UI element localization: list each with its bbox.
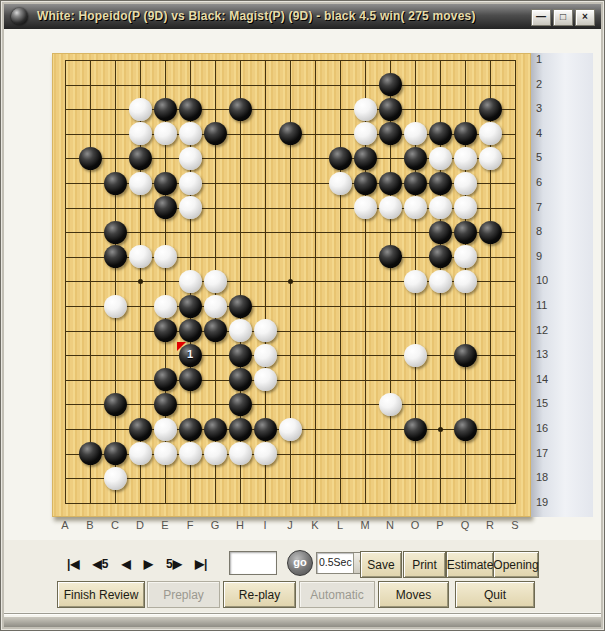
grid-line [515, 60, 516, 504]
stone-white-C18 [104, 467, 127, 490]
stone-black-H15 [229, 393, 252, 416]
moves-button[interactable]: Moves [378, 581, 449, 608]
stone-black-O6 [404, 172, 427, 195]
stone-white-D9 [129, 245, 152, 268]
stone-black-E15 [154, 393, 177, 416]
stone-black-B5 [79, 147, 102, 170]
row-label-9: 9 [536, 250, 542, 262]
grid-line [65, 478, 516, 479]
col-label-S: S [505, 519, 525, 531]
stone-white-F6 [179, 172, 202, 195]
print-button[interactable]: Print [403, 551, 446, 578]
stone-black-E14 [154, 368, 177, 391]
stone-black-F11 [179, 295, 202, 318]
row-label-5: 5 [536, 151, 542, 163]
go-board[interactable]: 1 [52, 53, 531, 517]
window-title: White: Hopeido(P (9D) vs Black: Magist(P… [37, 9, 476, 23]
row-label-12: 12 [536, 324, 548, 336]
row-labels-strip: 12345678910111213141516171819 [531, 53, 593, 517]
stone-black-R8 [479, 221, 502, 244]
stone-black-M6 [354, 172, 377, 195]
stone-white-Q6 [454, 172, 477, 195]
stone-white-I14 [254, 368, 277, 391]
stone-black-G12 [204, 319, 227, 342]
stone-black-I16 [254, 418, 277, 441]
stone-black-Q13 [454, 344, 477, 367]
stone-white-C11 [104, 295, 127, 318]
divider [4, 613, 601, 615]
stone-black-O16 [404, 418, 427, 441]
stone-white-I12 [254, 319, 277, 342]
stone-white-I13 [254, 344, 277, 367]
stone-white-E4 [154, 122, 177, 145]
stone-black-N6 [379, 172, 402, 195]
grid-line [315, 60, 316, 504]
stone-black-J4 [279, 122, 302, 145]
grid-line [340, 60, 341, 504]
back-1-move-button[interactable]: ◀ [122, 557, 131, 571]
stone-black-N9 [379, 245, 402, 268]
stone-black-P4 [429, 122, 452, 145]
stone-black-F3 [179, 98, 202, 121]
stone-white-H17 [229, 442, 252, 465]
stone-black-C9 [104, 245, 127, 268]
stone-white-G10 [204, 270, 227, 293]
forward-1-move-button[interactable]: ▶ [144, 557, 153, 571]
stone-black-D16 [129, 418, 152, 441]
stone-black-Q4 [454, 122, 477, 145]
grid-line [65, 404, 516, 405]
stone-white-F5 [179, 147, 202, 170]
stone-black-G4 [204, 122, 227, 145]
preplay-button[interactable]: Preplay [147, 581, 220, 608]
stone-black-O5 [404, 147, 427, 170]
stone-black-F14 [179, 368, 202, 391]
stone-white-M3 [354, 98, 377, 121]
stone-black-Q16 [454, 418, 477, 441]
row-label-1: 1 [536, 53, 542, 65]
star-point [438, 427, 443, 432]
row-label-10: 10 [536, 274, 548, 286]
col-label-M: M [355, 519, 375, 531]
col-label-G: G [205, 519, 225, 531]
stone-black-E6 [154, 172, 177, 195]
stone-white-P7 [429, 196, 452, 219]
stone-white-D17 [129, 442, 152, 465]
stone-white-Q10 [454, 270, 477, 293]
go-button[interactable]: go [287, 550, 313, 576]
stone-black-E3 [154, 98, 177, 121]
stone-black-H16 [229, 418, 252, 441]
stone-black-R3 [479, 98, 502, 121]
row-label-16: 16 [536, 422, 548, 434]
stone-black-H3 [229, 98, 252, 121]
stone-white-D3 [129, 98, 152, 121]
stone-black-N4 [379, 122, 402, 145]
stone-white-N15 [379, 393, 402, 416]
stone-black-N3 [379, 98, 402, 121]
col-label-K: K [305, 519, 325, 531]
stone-black-C15 [104, 393, 127, 416]
stone-white-Q5 [454, 147, 477, 170]
quit-button[interactable]: Quit [455, 581, 535, 608]
stone-black-P6 [429, 172, 452, 195]
stone-white-F17 [179, 442, 202, 465]
move-number-input[interactable] [229, 551, 277, 575]
col-label-E: E [155, 519, 175, 531]
stone-white-F10 [179, 270, 202, 293]
stone-white-Q7 [454, 196, 477, 219]
stone-black-C8 [104, 221, 127, 244]
row-label-14: 14 [536, 373, 548, 385]
stone-white-P5 [429, 147, 452, 170]
stone-white-I17 [254, 442, 277, 465]
col-label-C: C [105, 519, 125, 531]
replay-button[interactable]: Re-play [223, 581, 296, 608]
navigation-buttons: |◀ ◀5 ◀ ▶ 5▶ ▶| [67, 552, 207, 576]
col-label-A: A [55, 519, 75, 531]
col-label-Q: Q [455, 519, 475, 531]
stone-white-R5 [479, 147, 502, 170]
stone-white-N7 [379, 196, 402, 219]
stone-white-J16 [279, 418, 302, 441]
stone-black-H14 [229, 368, 252, 391]
app-window: White: Hopeido(P (9D) vs Black: Magist(P… [0, 0, 605, 631]
forward-5-moves-button[interactable]: 5▶ [166, 557, 182, 571]
col-label-D: D [130, 519, 150, 531]
delay-value: 0.5Sec [317, 553, 353, 573]
row-label-3: 3 [536, 102, 542, 114]
finish-review-button[interactable]: Finish Review [57, 581, 145, 608]
stone-white-H12 [229, 319, 252, 342]
estimate-button[interactable]: Estimate [446, 551, 494, 578]
col-label-I: I [255, 519, 275, 531]
stone-black-C17 [104, 442, 127, 465]
stone-white-M4 [354, 122, 377, 145]
grid-line [65, 355, 516, 356]
stone-black-L5 [329, 147, 352, 170]
col-label-F: F [180, 519, 200, 531]
row-label-18: 18 [536, 471, 548, 483]
stone-white-G11 [204, 295, 227, 318]
last-move-button[interactable]: ▶| [195, 557, 208, 571]
stone-black-P8 [429, 221, 452, 244]
row-label-2: 2 [536, 78, 542, 90]
row-label-8: 8 [536, 225, 542, 237]
stone-black-E7 [154, 196, 177, 219]
col-label-L: L [330, 519, 350, 531]
stone-white-E11 [154, 295, 177, 318]
first-move-button[interactable]: |◀ [67, 557, 80, 571]
stone-black-B17 [79, 442, 102, 465]
automatic-button[interactable]: Automatic [299, 581, 375, 608]
row-label-11: 11 [536, 299, 547, 311]
stone-white-D4 [129, 122, 152, 145]
col-label-J: J [280, 519, 300, 531]
stone-black-N2 [379, 73, 402, 96]
stone-white-O10 [404, 270, 427, 293]
back-5-moves-button[interactable]: ◀5 [93, 557, 109, 571]
row-label-17: 17 [536, 447, 548, 459]
stone-white-E17 [154, 442, 177, 465]
minimize-button[interactable]: — [531, 9, 551, 26]
move-number-label: 1 [179, 348, 202, 360]
stone-white-F7 [179, 196, 202, 219]
stone-black-E12 [154, 319, 177, 342]
app-logo-icon [11, 8, 28, 25]
stone-black-H11 [229, 295, 252, 318]
stone-white-P10 [429, 270, 452, 293]
stone-white-G17 [204, 442, 227, 465]
stone-black-F16 [179, 418, 202, 441]
stone-white-Q9 [454, 245, 477, 268]
grid-line [65, 306, 516, 307]
row-label-7: 7 [536, 201, 542, 213]
col-label-B: B [80, 519, 100, 531]
col-label-N: N [380, 519, 400, 531]
star-point [138, 279, 143, 284]
row-label-4: 4 [536, 127, 542, 139]
stone-black-P9 [429, 245, 452, 268]
col-label-R: R [480, 519, 500, 531]
grid-line [65, 380, 516, 381]
stone-white-R4 [479, 122, 502, 145]
star-point [288, 279, 293, 284]
row-label-6: 6 [536, 176, 542, 188]
maximize-button[interactable]: □ [553, 9, 573, 26]
stone-white-M7 [354, 196, 377, 219]
control-panel: |◀ ◀5 ◀ ▶ 5▶ ▶| go 0.5Sec ▼ Save Print E… [4, 540, 601, 612]
row-label-13: 13 [536, 348, 548, 360]
stone-white-D6 [129, 172, 152, 195]
stone-white-E16 [154, 418, 177, 441]
stone-black-H13 [229, 344, 252, 367]
grid-line [65, 331, 516, 332]
row-label-19: 19 [536, 496, 548, 508]
stone-black-C6 [104, 172, 127, 195]
opening-button[interactable]: Opening [493, 551, 539, 578]
stone-black-F12 [179, 319, 202, 342]
stone-white-O4 [404, 122, 427, 145]
grid-line [65, 503, 516, 504]
col-label-O: O [405, 519, 425, 531]
stone-white-O13 [404, 344, 427, 367]
save-button[interactable]: Save [360, 551, 402, 578]
col-label-P: P [430, 519, 450, 531]
stone-white-L6 [329, 172, 352, 195]
bottom-frame-band [4, 617, 601, 627]
col-label-H: H [230, 519, 250, 531]
stone-black-M5 [354, 147, 377, 170]
row-label-15: 15 [536, 397, 548, 409]
stone-white-E9 [154, 245, 177, 268]
close-button[interactable]: × [575, 9, 595, 26]
stone-white-O7 [404, 196, 427, 219]
stone-black-D5 [129, 147, 152, 170]
stone-black-G16 [204, 418, 227, 441]
stone-white-F4 [179, 122, 202, 145]
title-bar: White: Hopeido(P (9D) vs Black: Magist(P… [4, 4, 601, 29]
stone-black-Q8 [454, 221, 477, 244]
